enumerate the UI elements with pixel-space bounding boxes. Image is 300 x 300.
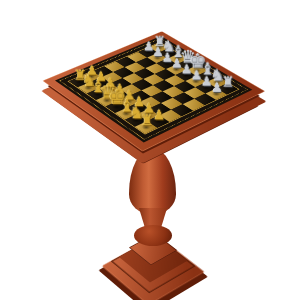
square-h7: ♟	[206, 88, 228, 100]
pedestal-foot	[134, 225, 172, 246]
scene: ♜♟♟♜♞♟♟♞♝♟♟♝♛♟♟♛♚♟♟♚♝♟♟♝♞♟♟♞♜♟♟♜	[0, 0, 300, 300]
chess-table-photo: ♜♟♟♜♞♟♟♞♝♟♟♝♛♟♟♛♚♟♟♚♝♟♟♝♞♟♟♞♜♟♟♜	[0, 0, 300, 300]
